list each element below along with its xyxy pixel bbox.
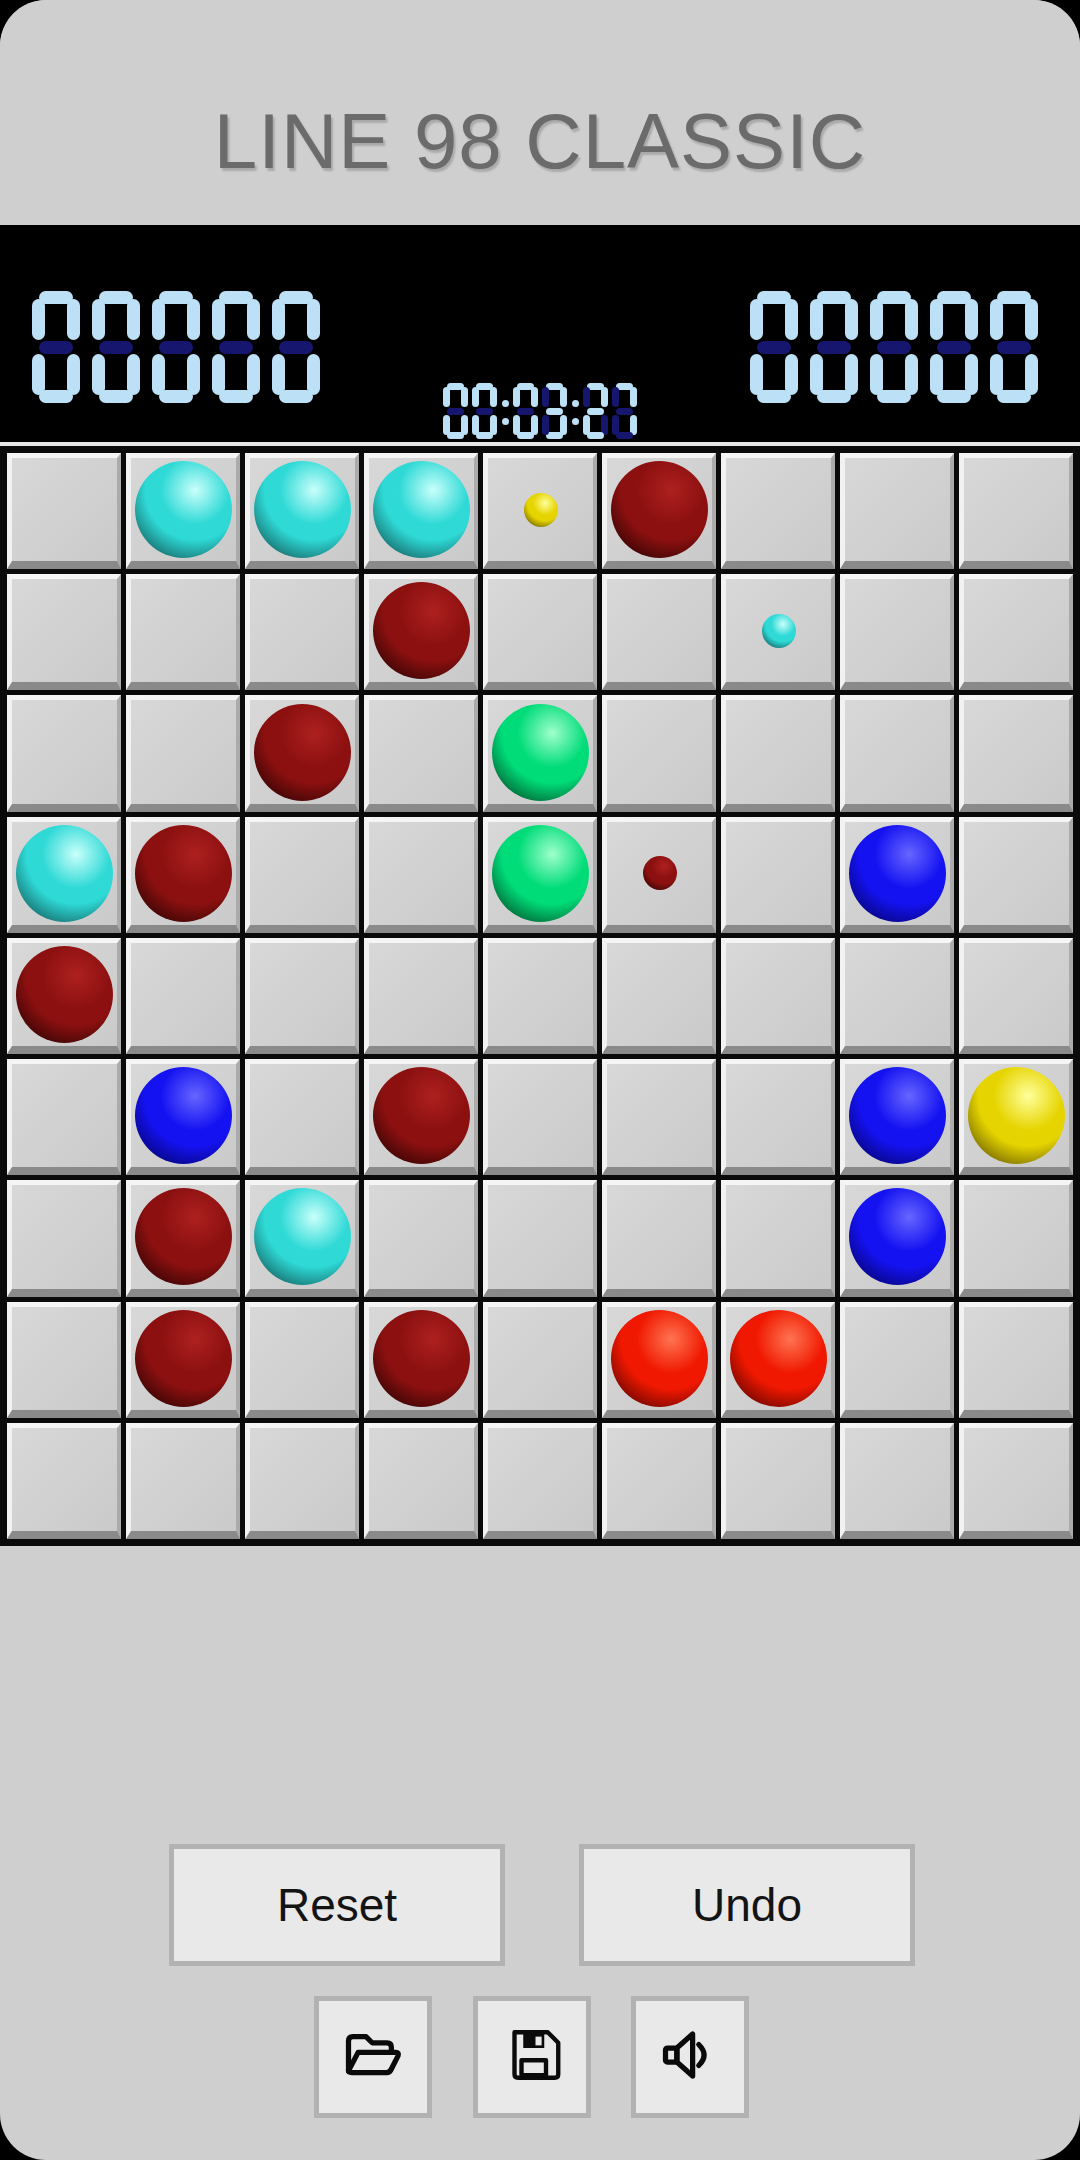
board-cell[interactable] <box>126 1180 240 1296</box>
board-cell[interactable] <box>126 695 240 811</box>
board-cell[interactable] <box>7 817 121 933</box>
game-board <box>0 446 1080 1546</box>
ball-cyan[interactable] <box>135 461 232 558</box>
lcd-colon <box>569 383 581 439</box>
app-window: LINE 98 CLASSIC Reset Undo <box>0 0 1080 2160</box>
board-cell[interactable] <box>959 817 1073 933</box>
board-cell[interactable] <box>721 1302 835 1418</box>
title-bar: LINE 98 CLASSIC <box>0 0 1080 225</box>
board-cell[interactable] <box>721 938 835 1054</box>
board-cell[interactable] <box>483 938 597 1054</box>
board-cell[interactable] <box>126 1302 240 1418</box>
board-cell[interactable] <box>7 1059 121 1175</box>
board-cell[interactable] <box>364 1180 478 1296</box>
lcd-digit <box>443 383 468 439</box>
ball-cyan[interactable] <box>16 825 113 922</box>
board-cell[interactable] <box>7 1180 121 1296</box>
ball-maroon[interactable] <box>373 1310 470 1407</box>
board-cell[interactable] <box>483 817 597 933</box>
board-cell[interactable] <box>840 1180 954 1296</box>
board-cell[interactable] <box>840 574 954 690</box>
board-cell[interactable] <box>126 1423 240 1539</box>
board-cell[interactable] <box>840 938 954 1054</box>
ball-green[interactable] <box>492 825 589 922</box>
lcd-digit <box>32 291 80 403</box>
ball-blue[interactable] <box>135 1067 232 1164</box>
board-cell[interactable] <box>245 695 359 811</box>
ball-maroon[interactable] <box>254 704 351 801</box>
lcd-digit <box>810 291 858 403</box>
board-cell[interactable] <box>959 1423 1073 1539</box>
board-cell[interactable] <box>7 1423 121 1539</box>
lcd-digit <box>542 383 567 439</box>
ball-maroon[interactable] <box>135 1188 232 1285</box>
board-cell[interactable] <box>721 1423 835 1539</box>
board-cell[interactable] <box>721 1180 835 1296</box>
board-cell[interactable] <box>602 574 716 690</box>
board-cell[interactable] <box>602 695 716 811</box>
board-cell[interactable] <box>721 574 835 690</box>
lcd-digit <box>272 291 320 403</box>
board-cell[interactable] <box>959 1180 1073 1296</box>
board-cell[interactable] <box>245 1059 359 1175</box>
ball-blue[interactable] <box>849 1067 946 1164</box>
board-cell[interactable] <box>364 1059 478 1175</box>
board-cell[interactable] <box>483 695 597 811</box>
board-cell[interactable] <box>602 1302 716 1418</box>
board-cell[interactable] <box>126 1059 240 1175</box>
board-cell[interactable] <box>959 1059 1073 1175</box>
undo-button[interactable]: Undo <box>579 1844 915 1966</box>
board-cell[interactable] <box>483 453 597 569</box>
score-panel <box>0 225 1080 445</box>
score-left-display <box>26 291 326 403</box>
board-cell[interactable] <box>959 574 1073 690</box>
board-cell[interactable] <box>721 817 835 933</box>
board-cell[interactable] <box>245 817 359 933</box>
ball-cyan[interactable] <box>254 461 351 558</box>
board-cell[interactable] <box>483 1180 597 1296</box>
board-cell[interactable] <box>721 1059 835 1175</box>
ball-red[interactable] <box>611 1310 708 1407</box>
ball-yellow[interactable] <box>968 1067 1065 1164</box>
ball-blue[interactable] <box>849 825 946 922</box>
board-cell[interactable] <box>602 817 716 933</box>
board-cell[interactable] <box>721 695 835 811</box>
board-cell[interactable] <box>364 938 478 1054</box>
board-cell[interactable] <box>840 1302 954 1418</box>
save-game-button[interactable] <box>473 1996 591 2118</box>
board-cell[interactable] <box>959 1302 1073 1418</box>
timer-display <box>441 383 639 439</box>
board-cell[interactable] <box>483 1059 597 1175</box>
save-floppy-icon <box>497 2020 567 2094</box>
board-cell[interactable] <box>602 938 716 1054</box>
board-cell[interactable] <box>245 453 359 569</box>
lcd-digit <box>990 291 1038 403</box>
lcd-digit <box>583 383 608 439</box>
board-cell[interactable] <box>959 453 1073 569</box>
lcd-colon <box>499 383 511 439</box>
board-cell[interactable] <box>364 1423 478 1539</box>
lcd-digit <box>212 291 260 403</box>
board-cell[interactable] <box>245 574 359 690</box>
board-cell[interactable] <box>364 695 478 811</box>
board-cell[interactable] <box>840 453 954 569</box>
board-cell[interactable] <box>7 453 121 569</box>
ball-maroon[interactable] <box>16 946 113 1043</box>
board-cell[interactable] <box>126 574 240 690</box>
ball-red[interactable] <box>730 1310 827 1407</box>
speaker-icon <box>655 2020 725 2094</box>
page-title: LINE 98 CLASSIC <box>0 96 1080 187</box>
ball-green[interactable] <box>492 704 589 801</box>
board-cell[interactable] <box>126 453 240 569</box>
screenshot-stage: LINE 98 CLASSIC Reset Undo <box>0 0 1080 2160</box>
board-cell[interactable] <box>483 1423 597 1539</box>
sound-toggle-button[interactable] <box>631 1996 749 2118</box>
lcd-digit <box>930 291 978 403</box>
board-cell[interactable] <box>7 938 121 1054</box>
reset-button-label: Reset <box>277 1878 397 1932</box>
undo-button-label: Undo <box>692 1878 802 1932</box>
lcd-digit <box>472 383 497 439</box>
ball-maroon[interactable] <box>135 825 232 922</box>
board-cell[interactable] <box>840 695 954 811</box>
lcd-digit <box>92 291 140 403</box>
board-cell[interactable] <box>364 817 478 933</box>
board-cell[interactable] <box>602 1059 716 1175</box>
board-cell[interactable] <box>840 817 954 933</box>
board-cell[interactable] <box>602 1180 716 1296</box>
board-cell[interactable] <box>126 817 240 933</box>
board-cell[interactable] <box>245 938 359 1054</box>
board-cell[interactable] <box>602 453 716 569</box>
board-cell[interactable] <box>7 574 121 690</box>
spawn-ball-cyan <box>762 614 796 648</box>
board-cell[interactable] <box>721 453 835 569</box>
board-cell[interactable] <box>840 1423 954 1539</box>
board-cell[interactable] <box>959 938 1073 1054</box>
spawn-ball-yellow <box>524 493 558 527</box>
lcd-digit <box>513 383 538 439</box>
board-cell[interactable] <box>483 1302 597 1418</box>
lcd-digit <box>152 291 200 403</box>
board-cell[interactable] <box>245 1180 359 1296</box>
lcd-digit <box>870 291 918 403</box>
ball-cyan[interactable] <box>254 1188 351 1285</box>
open-folder-icon <box>338 2020 408 2094</box>
board-cell[interactable] <box>364 1302 478 1418</box>
board-cell[interactable] <box>364 574 478 690</box>
reset-button[interactable]: Reset <box>169 1844 505 1966</box>
board-cell[interactable] <box>245 1423 359 1539</box>
ball-maroon[interactable] <box>611 461 708 558</box>
board-cell[interactable] <box>364 453 478 569</box>
board-cell[interactable] <box>245 1302 359 1418</box>
ball-maroon[interactable] <box>373 1067 470 1164</box>
lcd-digit <box>612 383 637 439</box>
ball-cyan[interactable] <box>373 461 470 558</box>
board-cell[interactable] <box>483 574 597 690</box>
board-cell[interactable] <box>959 695 1073 811</box>
board-cell[interactable] <box>7 695 121 811</box>
board-cell[interactable] <box>7 1302 121 1418</box>
ball-blue[interactable] <box>849 1188 946 1285</box>
board-cell[interactable] <box>602 1423 716 1539</box>
ball-maroon[interactable] <box>135 1310 232 1407</box>
spawn-ball-maroon <box>643 856 677 890</box>
lcd-digit <box>750 291 798 403</box>
board-cell[interactable] <box>840 1059 954 1175</box>
ball-maroon[interactable] <box>373 582 470 679</box>
board-cell[interactable] <box>126 938 240 1054</box>
load-game-button[interactable] <box>314 1996 432 2118</box>
score-right-display <box>744 291 1044 403</box>
